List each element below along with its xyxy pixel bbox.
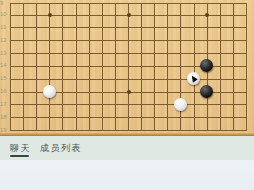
grid-line-horizontal	[10, 3, 247, 4]
grid-line-vertical	[154, 3, 155, 131]
row-coordinate-label: 9	[0, 0, 8, 7]
grid-line-vertical	[23, 3, 24, 131]
row-coordinate-label: 15	[0, 75, 8, 82]
grid-line-vertical	[233, 3, 234, 131]
grid-line-vertical	[102, 3, 103, 131]
row-coordinate-label: 18	[0, 114, 8, 121]
grid-line-vertical	[36, 3, 37, 131]
stone-white[interactable]	[174, 98, 187, 111]
row-coordinate-label: 13	[0, 50, 8, 57]
grid-line-horizontal	[10, 79, 247, 80]
grid-line-horizontal	[10, 53, 247, 54]
row-coordinate-label: 14	[0, 62, 8, 69]
grid-line-vertical	[128, 3, 129, 131]
stone-white[interactable]	[43, 85, 56, 98]
grid-line-horizontal	[10, 40, 247, 41]
stone-white[interactable]	[187, 72, 200, 85]
star-point	[127, 90, 131, 94]
chat-panel	[0, 160, 254, 190]
tab-member-list[interactable]: 成员列表	[40, 143, 82, 153]
tab-chat[interactable]: 聊天	[10, 143, 31, 153]
last-move-triangle-marker	[191, 75, 198, 83]
grid-line-horizontal	[10, 27, 247, 28]
grid-line-vertical	[167, 3, 168, 131]
bottom-tab-bar: 聊天 成员列表	[0, 136, 254, 160]
row-coordinate-label: 10	[0, 11, 8, 18]
row-coordinate-label: 11	[0, 24, 8, 31]
grid-line-vertical	[49, 3, 50, 131]
star-point	[48, 13, 52, 17]
star-point	[205, 13, 209, 17]
grid-line-vertical	[180, 3, 181, 131]
grid-line-horizontal	[10, 104, 247, 105]
grid-line-vertical	[246, 3, 247, 131]
grid-line-vertical	[220, 3, 221, 131]
grid-line-vertical	[115, 3, 116, 131]
stone-black[interactable]	[200, 85, 213, 98]
go-app-screen: 910111213141516171819 聊天 成员列表	[0, 0, 254, 190]
grid-line-vertical	[89, 3, 90, 131]
stone-black[interactable]	[200, 59, 213, 72]
grid-line-horizontal	[10, 130, 247, 131]
grid-line-vertical	[141, 3, 142, 131]
grid-line-vertical	[10, 3, 11, 131]
row-coordinate-label: 12	[0, 37, 8, 44]
grid-line-vertical	[194, 3, 195, 131]
grid-line-vertical	[76, 3, 77, 131]
row-coordinate-label: 16	[0, 88, 8, 95]
grid-line-vertical	[62, 3, 63, 131]
row-coordinate-label: 17	[0, 101, 8, 108]
star-point	[127, 13, 131, 17]
grid-line-horizontal	[10, 117, 247, 118]
go-board[interactable]: 910111213141516171819	[0, 0, 254, 133]
